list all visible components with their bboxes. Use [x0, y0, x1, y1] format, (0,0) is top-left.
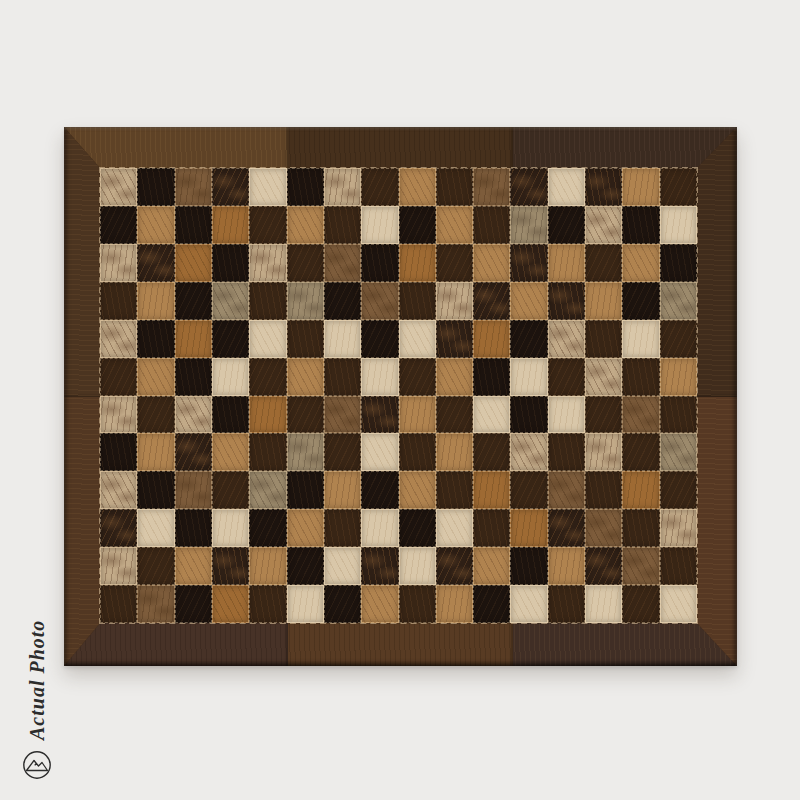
- board-square: [249, 509, 286, 547]
- board-square: [473, 396, 510, 434]
- board-square: [175, 282, 212, 320]
- board-square: [287, 244, 324, 282]
- board-square: [212, 244, 249, 282]
- board-square: [137, 433, 174, 471]
- board-square: [212, 320, 249, 358]
- board-square: [473, 206, 510, 244]
- board-square: [324, 244, 361, 282]
- board-square: [212, 433, 249, 471]
- board-square: [137, 471, 174, 509]
- board-square: [324, 358, 361, 396]
- board-square: [137, 244, 174, 282]
- board-square: [175, 320, 212, 358]
- board-square: [660, 585, 697, 623]
- rug-border-bottom: [64, 623, 737, 666]
- board-square: [473, 282, 510, 320]
- board-square: [100, 396, 137, 434]
- board-square: [585, 509, 622, 547]
- board-square: [175, 433, 212, 471]
- board-square: [249, 206, 286, 244]
- board-square: [361, 509, 398, 547]
- board-square: [436, 244, 473, 282]
- board-square: [510, 547, 547, 585]
- board-square: [399, 320, 436, 358]
- board-square: [399, 168, 436, 206]
- board-square: [660, 547, 697, 585]
- board-square: [473, 244, 510, 282]
- border-strip-segment: [697, 127, 737, 397]
- board-square: [175, 585, 212, 623]
- board-square: [361, 206, 398, 244]
- board-square: [100, 206, 137, 244]
- board-square: [622, 206, 659, 244]
- board-square: [660, 244, 697, 282]
- board-square: [175, 396, 212, 434]
- border-strip-segment: [697, 397, 737, 667]
- board-square: [175, 471, 212, 509]
- board-square: [175, 547, 212, 585]
- board-square: [436, 509, 473, 547]
- board-square: [548, 244, 585, 282]
- board-square: [212, 471, 249, 509]
- board-square: [249, 168, 286, 206]
- board-square: [100, 358, 137, 396]
- board-square: [510, 168, 547, 206]
- board-square: [510, 282, 547, 320]
- board-square: [399, 433, 436, 471]
- board-square: [436, 320, 473, 358]
- board-square: [399, 206, 436, 244]
- board-square: [436, 471, 473, 509]
- board-square: [436, 358, 473, 396]
- board-square: [548, 509, 585, 547]
- board-square: [249, 471, 286, 509]
- board-square: [361, 168, 398, 206]
- board-square: [361, 282, 398, 320]
- board-square: [548, 320, 585, 358]
- board-square: [548, 358, 585, 396]
- board-square: [585, 585, 622, 623]
- rug-border-right: [697, 127, 737, 666]
- board-square: [212, 547, 249, 585]
- board-square: [287, 282, 324, 320]
- patchwork-rug-board: [64, 127, 737, 666]
- board-square: [548, 206, 585, 244]
- board-square: [361, 396, 398, 434]
- board-square: [361, 433, 398, 471]
- board-square: [548, 471, 585, 509]
- board-square: [585, 433, 622, 471]
- board-square: [622, 547, 659, 585]
- board-square: [548, 585, 585, 623]
- board-square: [660, 320, 697, 358]
- board-square: [548, 433, 585, 471]
- board-square: [175, 168, 212, 206]
- board-square: [287, 433, 324, 471]
- board-square: [622, 433, 659, 471]
- rug-border-left: [64, 127, 100, 666]
- board-square: [287, 396, 324, 434]
- board-square: [436, 585, 473, 623]
- photo-background: Actual Photo: [0, 0, 800, 800]
- board-square: [473, 585, 510, 623]
- board-square: [510, 206, 547, 244]
- board-square: [324, 433, 361, 471]
- board-square: [100, 244, 137, 282]
- board-square: [100, 320, 137, 358]
- checkerboard-field: [100, 168, 697, 623]
- board-square: [361, 358, 398, 396]
- board-square: [473, 471, 510, 509]
- board-square: [324, 471, 361, 509]
- board-square: [660, 509, 697, 547]
- board-square: [510, 320, 547, 358]
- board-square: [100, 585, 137, 623]
- board-square: [212, 168, 249, 206]
- board-square: [175, 358, 212, 396]
- board-square: [212, 206, 249, 244]
- board-square: [622, 282, 659, 320]
- board-square: [137, 282, 174, 320]
- board-square: [660, 168, 697, 206]
- board-square: [249, 244, 286, 282]
- board-square: [212, 585, 249, 623]
- board-square: [249, 585, 286, 623]
- board-square: [100, 547, 137, 585]
- board-square: [399, 509, 436, 547]
- border-strip-segment: [64, 127, 288, 168]
- board-square: [399, 358, 436, 396]
- board-square: [548, 282, 585, 320]
- board-square: [473, 433, 510, 471]
- board-square: [175, 206, 212, 244]
- board-square: [287, 585, 324, 623]
- board-square: [436, 282, 473, 320]
- board-square: [510, 585, 547, 623]
- board-square: [324, 168, 361, 206]
- board-square: [585, 206, 622, 244]
- board-square: [660, 282, 697, 320]
- board-square: [585, 547, 622, 585]
- board-square: [585, 244, 622, 282]
- board-square: [212, 396, 249, 434]
- board-square: [660, 471, 697, 509]
- board-square: [585, 320, 622, 358]
- board-square: [137, 585, 174, 623]
- board-square: [100, 433, 137, 471]
- board-square: [212, 509, 249, 547]
- board-square: [399, 585, 436, 623]
- board-square: [361, 244, 398, 282]
- board-square: [212, 358, 249, 396]
- board-square: [100, 509, 137, 547]
- board-square: [660, 396, 697, 434]
- board-square: [324, 396, 361, 434]
- board-square: [622, 396, 659, 434]
- board-square: [510, 509, 547, 547]
- board-square: [510, 433, 547, 471]
- board-square: [399, 282, 436, 320]
- board-square: [436, 206, 473, 244]
- board-square: [137, 396, 174, 434]
- board-square: [622, 168, 659, 206]
- board-square: [436, 433, 473, 471]
- actual-photo-badge: Actual Photo: [15, 606, 59, 780]
- board-square: [510, 244, 547, 282]
- board-square: [361, 585, 398, 623]
- board-square: [212, 282, 249, 320]
- board-square: [175, 244, 212, 282]
- board-square: [510, 471, 547, 509]
- board-square: [510, 358, 547, 396]
- board-square: [548, 168, 585, 206]
- board-square: [436, 547, 473, 585]
- board-square: [660, 358, 697, 396]
- board-square: [287, 206, 324, 244]
- board-square: [473, 547, 510, 585]
- board-square: [660, 433, 697, 471]
- board-square: [249, 282, 286, 320]
- board-square: [137, 358, 174, 396]
- board-square: [324, 282, 361, 320]
- board-square: [324, 509, 361, 547]
- board-square: [399, 547, 436, 585]
- board-square: [137, 509, 174, 547]
- board-square: [137, 320, 174, 358]
- board-square: [137, 547, 174, 585]
- board-square: [137, 206, 174, 244]
- board-square: [249, 320, 286, 358]
- board-square: [100, 471, 137, 509]
- border-strip-segment: [64, 623, 288, 666]
- board-square: [100, 168, 137, 206]
- board-square: [324, 547, 361, 585]
- border-strip-segment: [288, 623, 512, 666]
- board-square: [324, 206, 361, 244]
- board-square: [660, 206, 697, 244]
- board-square: [585, 358, 622, 396]
- rug-border-top: [64, 127, 737, 168]
- border-strip-segment: [288, 127, 512, 168]
- board-square: [324, 585, 361, 623]
- board-square: [249, 358, 286, 396]
- board-square: [548, 547, 585, 585]
- board-square: [287, 509, 324, 547]
- board-square: [622, 509, 659, 547]
- board-square: [585, 396, 622, 434]
- board-square: [287, 168, 324, 206]
- board-square: [436, 168, 473, 206]
- board-square: [175, 509, 212, 547]
- border-strip-segment: [64, 127, 100, 397]
- board-square: [510, 396, 547, 434]
- board-square: [249, 396, 286, 434]
- board-square: [287, 547, 324, 585]
- board-square: [622, 320, 659, 358]
- board-square: [361, 471, 398, 509]
- board-square: [585, 168, 622, 206]
- actual-photo-label: Actual Photo: [26, 606, 49, 740]
- board-square: [287, 471, 324, 509]
- board-square: [249, 433, 286, 471]
- board-square: [622, 358, 659, 396]
- board-square: [622, 471, 659, 509]
- board-square: [249, 547, 286, 585]
- board-square: [548, 396, 585, 434]
- board-square: [585, 471, 622, 509]
- board-square: [585, 282, 622, 320]
- board-square: [622, 244, 659, 282]
- board-square: [399, 244, 436, 282]
- board-square: [137, 168, 174, 206]
- board-square: [473, 509, 510, 547]
- board-square: [473, 358, 510, 396]
- mountain-icon: [22, 750, 52, 780]
- board-square: [361, 547, 398, 585]
- board-square: [622, 585, 659, 623]
- board-square: [100, 282, 137, 320]
- board-square: [361, 320, 398, 358]
- board-square: [473, 320, 510, 358]
- board-square: [287, 358, 324, 396]
- border-strip-segment: [64, 397, 100, 667]
- board-square: [436, 396, 473, 434]
- board-square: [287, 320, 324, 358]
- board-square: [473, 168, 510, 206]
- board-square: [324, 320, 361, 358]
- board-square: [399, 471, 436, 509]
- board-square: [399, 396, 436, 434]
